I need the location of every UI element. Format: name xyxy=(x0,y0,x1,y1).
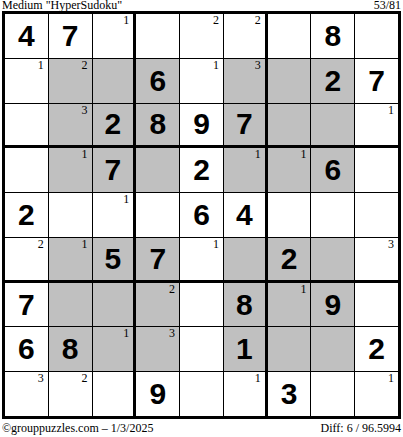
pencil-mark: 1 xyxy=(213,59,219,72)
given-digit: 9 xyxy=(180,104,223,146)
cell-r3c2[interactable]: 3 xyxy=(49,104,92,148)
cell-r6c8[interactable] xyxy=(311,238,354,282)
cell-r3c8[interactable] xyxy=(311,104,354,148)
cell-r3c1[interactable] xyxy=(5,104,48,148)
given-digit: 7 xyxy=(49,14,92,58)
cell-r5c8[interactable] xyxy=(311,193,354,237)
cell-r5c7[interactable] xyxy=(268,193,311,237)
cell-r4c9[interactable] xyxy=(355,148,398,192)
cell-r3c7[interactable] xyxy=(268,104,311,148)
cell-r1c1[interactable]: 4 xyxy=(5,14,48,58)
cell-r5c3[interactable]: 1 xyxy=(93,193,136,237)
cell-r8c3[interactable]: 1 xyxy=(93,327,136,371)
given-digit: 5 xyxy=(93,238,134,280)
cell-r2c4[interactable]: 6 xyxy=(136,59,179,103)
cell-r4c2[interactable]: 1 xyxy=(49,148,92,192)
pencil-mark: 1 xyxy=(82,238,88,251)
given-digit: 6 xyxy=(311,148,354,192)
pencil-mark: 1 xyxy=(123,327,129,340)
pencil-mark: 1 xyxy=(300,148,306,161)
given-digit: 2 xyxy=(268,238,311,280)
pencil-mark: 1 xyxy=(123,14,129,27)
sudoku-board: 4712281261327328971172116216421571237281… xyxy=(2,11,401,419)
given-digit: 7 xyxy=(93,148,134,192)
cell-r3c9[interactable]: 1 xyxy=(355,104,398,148)
cell-r1c9[interactable] xyxy=(355,14,398,58)
cell-r8c6[interactable]: 1 xyxy=(224,327,267,371)
cell-r9c9[interactable]: 1 xyxy=(355,372,398,416)
given-digit: 7 xyxy=(5,283,48,327)
pencil-mark: 1 xyxy=(255,148,261,161)
progress-counter: 53/81 xyxy=(374,0,401,11)
pencil-mark: 1 xyxy=(388,372,394,385)
cell-r9c1[interactable]: 3 xyxy=(5,372,48,416)
cell-r8c4[interactable]: 3 xyxy=(136,327,179,371)
cell-r7c5[interactable] xyxy=(180,283,223,327)
pencil-mark: 2 xyxy=(38,238,44,251)
given-digit: 8 xyxy=(311,14,354,58)
page-title: Medium "HyperSudoku" xyxy=(2,0,122,11)
pencil-mark: 1 xyxy=(123,193,129,206)
given-digit: 2 xyxy=(311,59,354,103)
given-digit: 2 xyxy=(180,148,223,192)
cell-r4c3[interactable]: 7 xyxy=(93,148,136,192)
pencil-mark: 1 xyxy=(38,59,44,72)
cell-r1c7[interactable] xyxy=(268,14,311,58)
given-digit: 4 xyxy=(224,193,265,237)
given-digit: 6 xyxy=(180,193,223,237)
cell-r2c9[interactable]: 7 xyxy=(355,59,398,103)
cell-r7c7[interactable]: 1 xyxy=(268,283,311,327)
cell-r7c1[interactable]: 7 xyxy=(5,283,48,327)
cell-r6c7[interactable]: 2 xyxy=(268,238,311,282)
pencil-mark: 2 xyxy=(255,14,261,27)
cell-r1c2[interactable]: 7 xyxy=(49,14,92,58)
cell-r1c3[interactable]: 1 xyxy=(93,14,136,58)
difficulty-text: Diff: 6 / 96.5994 xyxy=(321,422,401,435)
cell-r3c4[interactable]: 8 xyxy=(136,104,179,148)
cell-r2c2[interactable]: 2 xyxy=(49,59,92,103)
cell-r9c3[interactable] xyxy=(93,372,136,416)
pencil-mark: 1 xyxy=(388,104,394,117)
given-digit: 1 xyxy=(224,327,265,371)
cell-r2c7[interactable] xyxy=(268,59,311,103)
cell-r5c1[interactable]: 2 xyxy=(5,193,48,237)
cell-r6c4[interactable]: 7 xyxy=(136,238,179,282)
cell-r7c2[interactable] xyxy=(49,283,92,327)
cell-r8c7[interactable] xyxy=(268,327,311,371)
footer: ©grouppuzzles.com – 1/3/2025 Diff: 6 / 9… xyxy=(0,419,403,435)
given-digit: 4 xyxy=(5,14,48,58)
pencil-mark: 3 xyxy=(82,104,88,117)
given-digit: 8 xyxy=(49,327,92,371)
cell-r2c3[interactable] xyxy=(93,59,136,103)
cell-r3c6[interactable]: 7 xyxy=(224,104,267,148)
given-digit: 6 xyxy=(136,59,179,103)
cell-r9c8[interactable] xyxy=(311,372,354,416)
cell-r5c9[interactable] xyxy=(355,193,398,237)
pencil-mark: 2 xyxy=(169,283,175,296)
pencil-mark: 2 xyxy=(82,372,88,385)
given-digit: 2 xyxy=(355,327,398,371)
pencil-mark: 1 xyxy=(82,148,88,161)
cell-r5c2[interactable] xyxy=(49,193,92,237)
cell-r7c8[interactable]: 9 xyxy=(311,283,354,327)
cell-r8c5[interactable] xyxy=(180,327,223,371)
pencil-mark: 3 xyxy=(169,327,175,340)
cell-r8c2[interactable]: 8 xyxy=(49,327,92,371)
cell-r6c2[interactable]: 1 xyxy=(49,238,92,282)
cell-r7c6[interactable]: 8 xyxy=(224,283,267,327)
given-digit: 8 xyxy=(224,283,265,327)
pencil-mark: 1 xyxy=(213,238,219,251)
given-digit: 7 xyxy=(224,104,265,146)
given-digit: 7 xyxy=(136,238,179,280)
cell-r9c7[interactable]: 3 xyxy=(268,372,311,416)
cell-r4c4[interactable] xyxy=(136,148,179,192)
cell-r4c7[interactable]: 1 xyxy=(268,148,311,192)
cell-r5c5[interactable]: 6 xyxy=(180,193,223,237)
given-digit: 2 xyxy=(5,193,48,237)
pencil-mark: 1 xyxy=(300,283,306,296)
cell-r2c8[interactable]: 2 xyxy=(311,59,354,103)
puzzle-page: Medium "HyperSudoku" 53/81 4712281261327… xyxy=(0,0,403,437)
given-digit: 9 xyxy=(311,283,354,327)
cell-r2c6[interactable]: 3 xyxy=(224,59,267,103)
pencil-mark: 3 xyxy=(388,238,394,251)
cell-r2c5[interactable]: 1 xyxy=(180,59,223,103)
cell-r8c8[interactable] xyxy=(311,327,354,371)
cell-r4c1[interactable] xyxy=(5,148,48,192)
copyright-text: ©grouppuzzles.com – 1/3/2025 xyxy=(2,422,153,435)
cell-r4c8[interactable]: 6 xyxy=(311,148,354,192)
cell-r1c6[interactable]: 2 xyxy=(224,14,267,58)
given-digit: 7 xyxy=(355,59,398,103)
cell-r6c6[interactable] xyxy=(224,238,267,282)
cell-r1c5[interactable]: 2 xyxy=(180,14,223,58)
cell-r3c3[interactable]: 2 xyxy=(93,104,136,148)
given-digit: 6 xyxy=(5,327,48,371)
pencil-mark: 2 xyxy=(82,59,88,72)
cell-r6c9[interactable]: 3 xyxy=(355,238,398,282)
cell-r4c6[interactable]: 1 xyxy=(224,148,267,192)
cell-r7c4[interactable]: 2 xyxy=(136,283,179,327)
given-digit: 9 xyxy=(136,372,179,416)
cell-r1c8[interactable]: 8 xyxy=(311,14,354,58)
pencil-mark: 3 xyxy=(255,59,261,72)
given-digit: 2 xyxy=(93,104,134,146)
cell-r7c3[interactable] xyxy=(93,283,136,327)
cell-r4c5[interactable]: 2 xyxy=(180,148,223,192)
pencil-mark: 1 xyxy=(255,372,261,385)
cell-r6c1[interactable]: 2 xyxy=(5,238,48,282)
cell-r6c3[interactable]: 5 xyxy=(93,238,136,282)
cell-r6c5[interactable]: 1 xyxy=(180,238,223,282)
cell-r9c2[interactable]: 2 xyxy=(49,372,92,416)
cell-r8c1[interactable]: 6 xyxy=(5,327,48,371)
given-digit: 8 xyxy=(136,104,179,146)
pencil-mark: 2 xyxy=(213,14,219,27)
cell-r1c4[interactable] xyxy=(136,14,179,58)
cell-r5c6[interactable]: 4 xyxy=(224,193,267,237)
cell-r5c4[interactable] xyxy=(136,193,179,237)
cell-r9c4[interactable]: 9 xyxy=(136,372,179,416)
cell-r2c1[interactable]: 1 xyxy=(5,59,48,103)
pencil-mark: 3 xyxy=(38,372,44,385)
header: Medium "HyperSudoku" 53/81 xyxy=(0,0,403,11)
given-digit: 3 xyxy=(268,372,311,416)
cell-r9c5[interactable] xyxy=(180,372,223,416)
cell-r3c5[interactable]: 9 xyxy=(180,104,223,148)
cell-r9c6[interactable]: 1 xyxy=(224,372,267,416)
cell-r8c9[interactable]: 2 xyxy=(355,327,398,371)
cell-r7c9[interactable] xyxy=(355,283,398,327)
